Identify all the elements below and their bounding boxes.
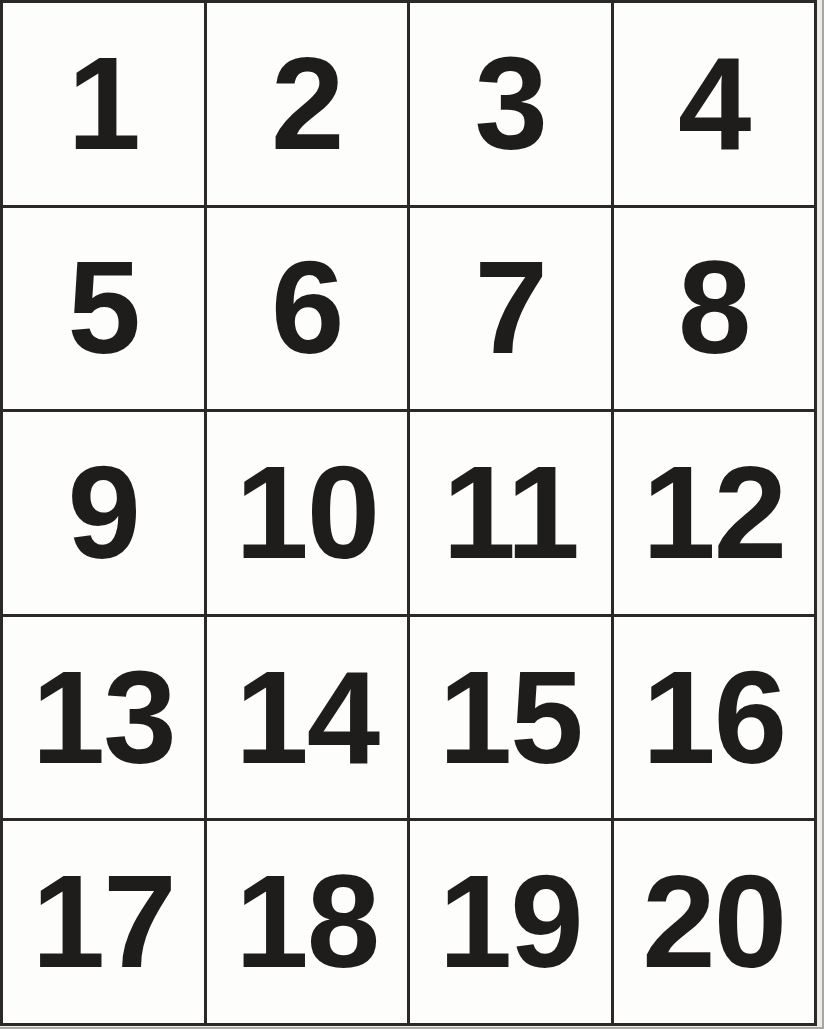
number-cell-2[interactable]: 2 [207, 3, 408, 205]
number-cell-11[interactable]: 11 [410, 412, 611, 614]
number-cell-14[interactable]: 14 [207, 617, 408, 819]
number-cell-3[interactable]: 3 [410, 3, 611, 205]
number-cell-5[interactable]: 5 [3, 208, 204, 410]
number-cell-19[interactable]: 19 [410, 821, 611, 1023]
number-cell-20[interactable]: 20 [614, 821, 815, 1023]
number-cell-7[interactable]: 7 [410, 208, 611, 410]
number-cell-10[interactable]: 10 [207, 412, 408, 614]
number-cell-1[interactable]: 1 [3, 3, 204, 205]
number-cell-4[interactable]: 4 [614, 3, 815, 205]
number-cell-9[interactable]: 9 [3, 412, 204, 614]
number-cell-13[interactable]: 13 [3, 617, 204, 819]
number-cell-6[interactable]: 6 [207, 208, 408, 410]
number-grid-page: 1 2 3 4 5 6 7 8 9 10 11 12 13 14 15 16 1… [0, 0, 824, 1029]
number-grid-board: 1 2 3 4 5 6 7 8 9 10 11 12 13 14 15 16 1… [0, 0, 817, 1026]
number-cell-12[interactable]: 12 [614, 412, 815, 614]
number-cell-8[interactable]: 8 [614, 208, 815, 410]
number-cell-16[interactable]: 16 [614, 617, 815, 819]
number-cell-17[interactable]: 17 [3, 821, 204, 1023]
number-cell-18[interactable]: 18 [207, 821, 408, 1023]
number-cell-15[interactable]: 15 [410, 617, 611, 819]
